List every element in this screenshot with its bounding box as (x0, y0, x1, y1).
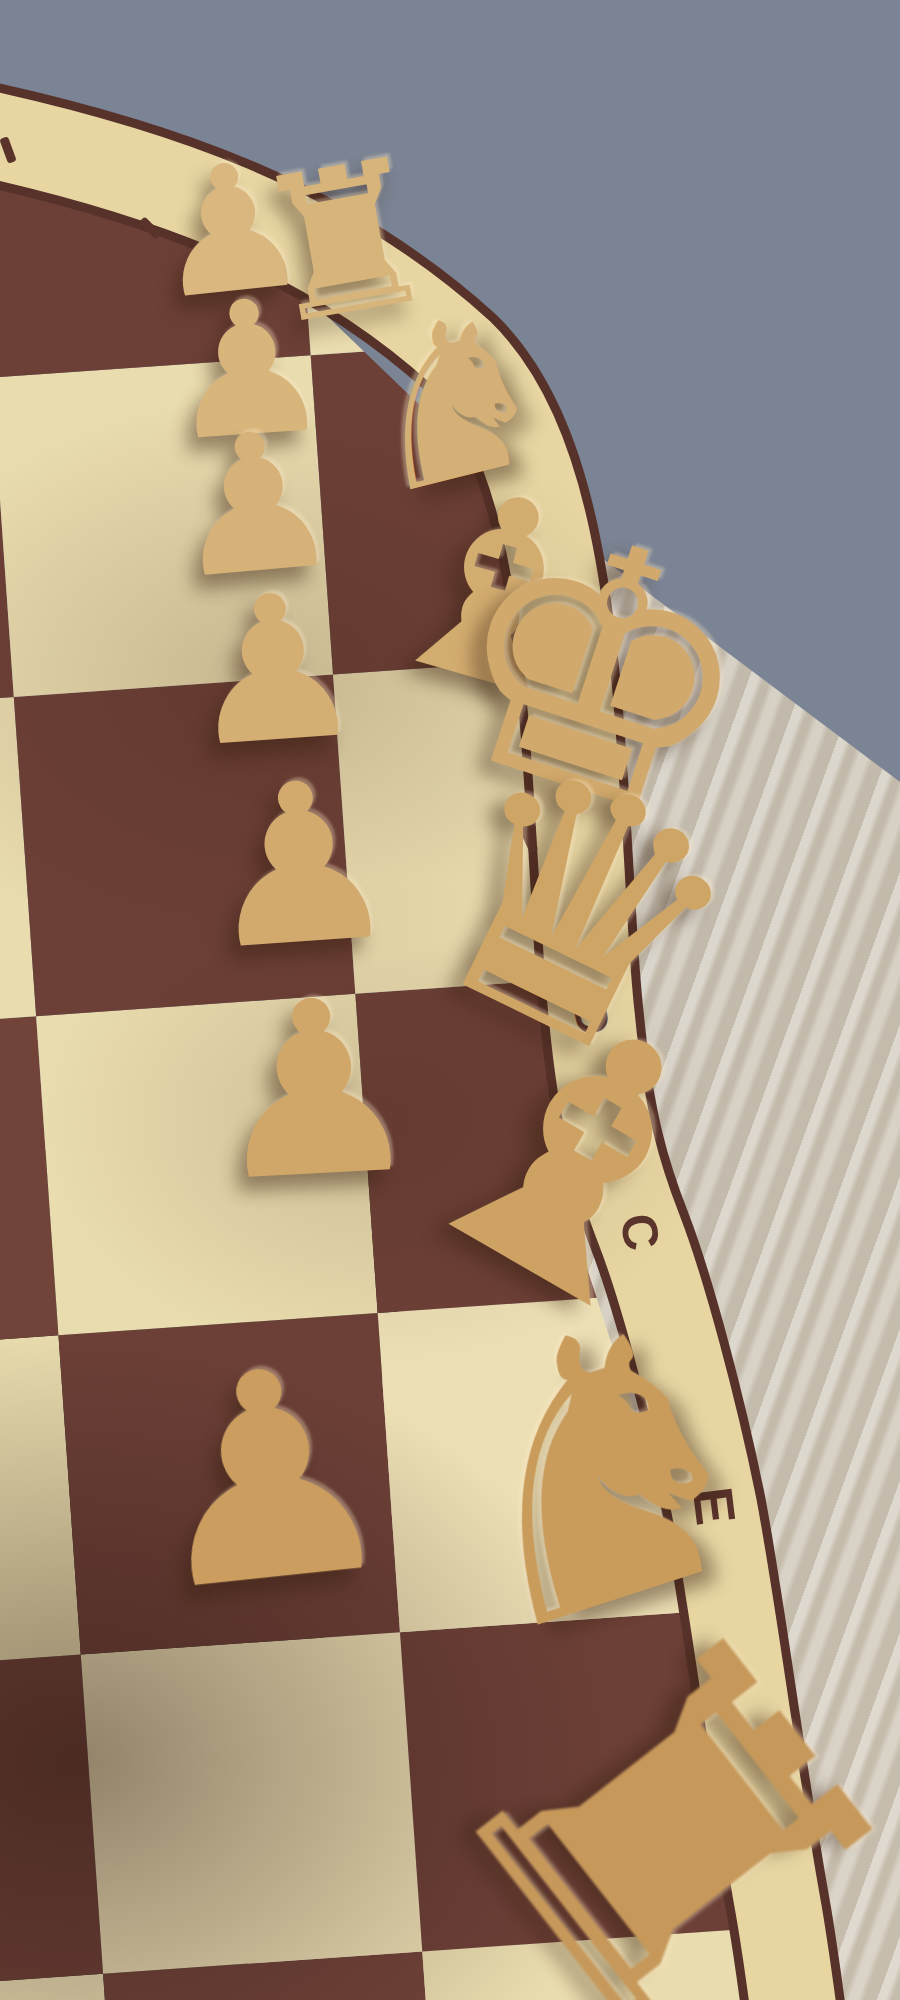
scene: DCE ♟♜♟♞♟♝♟♚♟♛♟♝♞♟♜ (0, 0, 900, 2000)
pieces-layer: ♟♜♟♞♟♝♟♚♟♛♟♝♞♟♜ (0, 0, 900, 2000)
piece-white-rook-a1[interactable]: ♜ (380, 1551, 900, 2000)
piece-white-pawn-b2[interactable]: ♟ (126, 1323, 410, 1633)
